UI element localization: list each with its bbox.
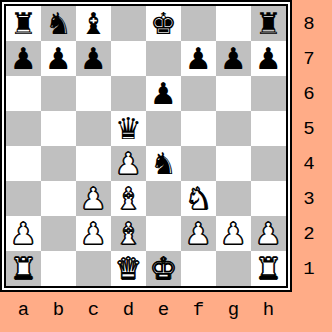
chess-diagram: ♜♞♝♚♜♟♟♟♟♟♟♟♛♟♞♟♝♞♟♟♝♟♟♟♜♛♚♜ 87654321 ab…: [0, 0, 332, 332]
square-d6[interactable]: [111, 76, 146, 111]
square-c2[interactable]: ♟: [76, 216, 111, 251]
square-g6[interactable]: [216, 76, 251, 111]
square-b6[interactable]: [41, 76, 76, 111]
file-label-f: f: [181, 292, 216, 328]
square-e5[interactable]: [146, 111, 181, 146]
black-pawn[interactable]: ♟: [185, 41, 212, 76]
square-f7[interactable]: ♟: [181, 41, 216, 76]
square-c3[interactable]: ♟: [76, 181, 111, 216]
square-f4[interactable]: [181, 146, 216, 181]
white-pawn[interactable]: ♟: [255, 216, 282, 251]
square-c7[interactable]: ♟: [76, 41, 111, 76]
black-bishop[interactable]: ♝: [80, 6, 107, 41]
white-knight[interactable]: ♞: [185, 181, 212, 216]
black-king[interactable]: ♚: [150, 6, 177, 41]
white-king[interactable]: ♚: [150, 251, 177, 286]
square-b7[interactable]: ♟: [41, 41, 76, 76]
square-e8[interactable]: ♚: [146, 6, 181, 41]
square-h4[interactable]: [251, 146, 286, 181]
white-pawn[interactable]: ♟: [185, 216, 212, 251]
square-a1[interactable]: ♜: [6, 251, 41, 286]
black-pawn[interactable]: ♟: [255, 41, 282, 76]
rank-label-4: 4: [292, 146, 326, 181]
square-h2[interactable]: ♟: [251, 216, 286, 251]
square-h8[interactable]: ♜: [251, 6, 286, 41]
square-e6[interactable]: ♟: [146, 76, 181, 111]
black-knight[interactable]: ♞: [150, 146, 177, 181]
square-e3[interactable]: [146, 181, 181, 216]
square-c8[interactable]: ♝: [76, 6, 111, 41]
file-label-e: e: [146, 292, 181, 328]
black-pawn[interactable]: ♟: [45, 41, 72, 76]
white-bishop[interactable]: ♝: [115, 181, 142, 216]
file-label-b: b: [41, 292, 76, 328]
square-d7[interactable]: [111, 41, 146, 76]
square-b1[interactable]: [41, 251, 76, 286]
square-d1[interactable]: ♛: [111, 251, 146, 286]
square-d5[interactable]: ♛: [111, 111, 146, 146]
square-f1[interactable]: [181, 251, 216, 286]
square-c1[interactable]: [76, 251, 111, 286]
square-f8[interactable]: [181, 6, 216, 41]
rank-label-8: 8: [292, 6, 326, 41]
square-g5[interactable]: [216, 111, 251, 146]
square-f2[interactable]: ♟: [181, 216, 216, 251]
square-a5[interactable]: [6, 111, 41, 146]
rank-label-7: 7: [292, 41, 326, 76]
square-a8[interactable]: ♜: [6, 6, 41, 41]
file-label-d: d: [111, 292, 146, 328]
square-d2[interactable]: ♝: [111, 216, 146, 251]
square-c5[interactable]: [76, 111, 111, 146]
white-rook[interactable]: ♜: [255, 251, 282, 286]
file-label-c: c: [76, 292, 111, 328]
black-pawn[interactable]: ♟: [150, 76, 177, 111]
square-a6[interactable]: [6, 76, 41, 111]
black-pawn[interactable]: ♟: [220, 41, 247, 76]
square-a3[interactable]: [6, 181, 41, 216]
square-e2[interactable]: [146, 216, 181, 251]
square-c4[interactable]: [76, 146, 111, 181]
square-g7[interactable]: ♟: [216, 41, 251, 76]
square-d8[interactable]: [111, 6, 146, 41]
square-h3[interactable]: [251, 181, 286, 216]
square-g2[interactable]: ♟: [216, 216, 251, 251]
square-e1[interactable]: ♚: [146, 251, 181, 286]
square-d4[interactable]: ♟: [111, 146, 146, 181]
square-c6[interactable]: [76, 76, 111, 111]
square-b4[interactable]: [41, 146, 76, 181]
rank-label-5: 5: [292, 111, 326, 146]
black-pawn[interactable]: ♟: [10, 41, 37, 76]
square-f6[interactable]: [181, 76, 216, 111]
square-b8[interactable]: ♞: [41, 6, 76, 41]
white-queen[interactable]: ♛: [115, 251, 142, 286]
rank-label-6: 6: [292, 76, 326, 111]
square-a2[interactable]: ♟: [6, 216, 41, 251]
rank-label-2: 2: [292, 216, 326, 251]
white-pawn[interactable]: ♟: [80, 181, 107, 216]
chess-board: ♜♞♝♚♜♟♟♟♟♟♟♟♛♟♞♟♝♞♟♟♝♟♟♟♜♛♚♜: [4, 4, 288, 288]
white-pawn[interactable]: ♟: [10, 216, 37, 251]
square-b5[interactable]: [41, 111, 76, 146]
square-g1[interactable]: [216, 251, 251, 286]
square-f5[interactable]: [181, 111, 216, 146]
square-g3[interactable]: [216, 181, 251, 216]
square-a7[interactable]: ♟: [6, 41, 41, 76]
square-h7[interactable]: ♟: [251, 41, 286, 76]
white-pawn[interactable]: ♟: [220, 216, 247, 251]
black-knight[interactable]: ♞: [45, 6, 72, 41]
square-e4[interactable]: ♞: [146, 146, 181, 181]
square-h6[interactable]: [251, 76, 286, 111]
black-rook[interactable]: ♜: [255, 6, 282, 41]
black-pawn[interactable]: ♟: [80, 41, 107, 76]
square-f3[interactable]: ♞: [181, 181, 216, 216]
file-coordinates: abcdefgh: [6, 292, 286, 328]
square-h1[interactable]: ♜: [251, 251, 286, 286]
square-a4[interactable]: [6, 146, 41, 181]
file-label-h: h: [251, 292, 286, 328]
square-b3[interactable]: [41, 181, 76, 216]
white-bishop[interactable]: ♝: [115, 216, 142, 251]
square-d3[interactable]: ♝: [111, 181, 146, 216]
file-label-a: a: [6, 292, 41, 328]
square-h5[interactable]: [251, 111, 286, 146]
rank-coordinates: 87654321: [292, 6, 326, 286]
square-g8[interactable]: [216, 6, 251, 41]
black-queen[interactable]: ♛: [115, 111, 142, 146]
white-pawn[interactable]: ♟: [80, 216, 107, 251]
square-g4[interactable]: [216, 146, 251, 181]
file-label-g: g: [216, 292, 251, 328]
chess-board-frame: ♜♞♝♚♜♟♟♟♟♟♟♟♛♟♞♟♝♞♟♟♝♟♟♟♜♛♚♜: [0, 0, 292, 292]
rank-label-3: 3: [292, 181, 326, 216]
white-pawn[interactable]: ♟: [115, 146, 142, 181]
black-rook[interactable]: ♜: [10, 6, 37, 41]
square-b2[interactable]: [41, 216, 76, 251]
white-rook[interactable]: ♜: [10, 251, 37, 286]
square-e7[interactable]: [146, 41, 181, 76]
rank-label-1: 1: [292, 251, 326, 286]
